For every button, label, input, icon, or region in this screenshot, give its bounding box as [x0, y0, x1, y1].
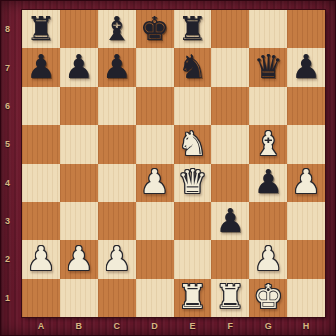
square-h8[interactable] — [287, 10, 325, 48]
square-a1[interactable] — [22, 279, 60, 317]
square-b7[interactable]: ♟ — [60, 48, 98, 86]
square-d8[interactable]: ♚ — [136, 10, 174, 48]
square-g1[interactable]: ♚ — [249, 279, 287, 317]
square-f8[interactable] — [211, 10, 249, 48]
square-g2[interactable]: ♟ — [249, 240, 287, 278]
square-g3[interactable] — [249, 202, 287, 240]
piece-white-king-g1[interactable]: ♚ — [253, 280, 283, 313]
square-d3[interactable] — [136, 202, 174, 240]
piece-black-pawn-h7[interactable]: ♟ — [291, 50, 321, 83]
square-c5[interactable] — [98, 125, 136, 163]
square-d7[interactable] — [136, 48, 174, 86]
square-h5[interactable] — [287, 125, 325, 163]
square-c3[interactable] — [98, 202, 136, 240]
square-g7[interactable]: ♛ — [249, 48, 287, 86]
square-g8[interactable] — [249, 10, 287, 48]
square-b8[interactable] — [60, 10, 98, 48]
square-g4[interactable]: ♟ — [249, 164, 287, 202]
piece-black-pawn-g4[interactable]: ♟ — [253, 165, 283, 198]
piece-white-rook-f1[interactable]: ♜ — [216, 280, 246, 313]
square-e3[interactable] — [174, 202, 212, 240]
square-f3[interactable]: ♟ — [211, 202, 249, 240]
piece-white-pawn-g2[interactable]: ♟ — [253, 242, 283, 275]
square-a7[interactable]: ♟ — [22, 48, 60, 86]
square-c1[interactable] — [98, 279, 136, 317]
square-h7[interactable]: ♟ — [287, 48, 325, 86]
file-label-h: H — [287, 317, 325, 334]
square-b4[interactable] — [60, 164, 98, 202]
file-label-e: E — [174, 317, 212, 334]
rank-label-7: 7 — [0, 48, 15, 86]
piece-black-rook-e8[interactable]: ♜ — [178, 12, 208, 45]
square-e2[interactable] — [174, 240, 212, 278]
piece-white-rook-e1[interactable]: ♜ — [178, 280, 208, 313]
rank-label-4: 4 — [0, 164, 15, 202]
square-e7[interactable]: ♞ — [174, 48, 212, 86]
piece-white-pawn-h4[interactable]: ♟ — [291, 165, 321, 198]
square-h1[interactable] — [287, 279, 325, 317]
rank-label-1: 1 — [0, 279, 15, 317]
piece-black-pawn-c7[interactable]: ♟ — [102, 50, 132, 83]
square-c8[interactable]: ♝ — [98, 10, 136, 48]
file-label-g: G — [249, 317, 287, 334]
square-h3[interactable] — [287, 202, 325, 240]
chess-board: ♜♝♚♜♟♟♟♞♛♟♞♝♟♛♟♟♟♟♟♟♟♜♜♚ — [22, 10, 325, 317]
square-c4[interactable] — [98, 164, 136, 202]
piece-white-pawn-a2[interactable]: ♟ — [26, 242, 56, 275]
piece-white-knight-e5[interactable]: ♞ — [178, 127, 208, 160]
rank-label-8: 8 — [0, 10, 15, 48]
square-b3[interactable] — [60, 202, 98, 240]
piece-white-queen-e4[interactable]: ♛ — [178, 165, 208, 198]
square-b5[interactable] — [60, 125, 98, 163]
square-a8[interactable]: ♜ — [22, 10, 60, 48]
square-e8[interactable]: ♜ — [174, 10, 212, 48]
rank-label-3: 3 — [0, 202, 15, 240]
file-label-d: D — [136, 317, 174, 334]
square-d5[interactable] — [136, 125, 174, 163]
rank-label-6: 6 — [0, 87, 15, 125]
piece-white-pawn-c2[interactable]: ♟ — [102, 242, 132, 275]
square-g5[interactable]: ♝ — [249, 125, 287, 163]
square-h6[interactable] — [287, 87, 325, 125]
square-f4[interactable] — [211, 164, 249, 202]
piece-white-pawn-d4[interactable]: ♟ — [140, 165, 170, 198]
piece-black-knight-e7[interactable]: ♞ — [178, 50, 208, 83]
file-label-b: B — [60, 317, 98, 334]
square-e6[interactable] — [174, 87, 212, 125]
rank-label-5: 5 — [0, 125, 15, 163]
piece-black-king-d8[interactable]: ♚ — [140, 12, 170, 45]
file-label-f: F — [211, 317, 249, 334]
square-a6[interactable] — [22, 87, 60, 125]
square-c7[interactable]: ♟ — [98, 48, 136, 86]
rank-label-2: 2 — [0, 240, 15, 278]
square-e5[interactable]: ♞ — [174, 125, 212, 163]
square-a4[interactable] — [22, 164, 60, 202]
piece-black-queen-g7[interactable]: ♛ — [253, 50, 283, 83]
square-b6[interactable] — [60, 87, 98, 125]
square-f5[interactable] — [211, 125, 249, 163]
square-h2[interactable] — [287, 240, 325, 278]
square-e1[interactable]: ♜ — [174, 279, 212, 317]
file-label-a: A — [22, 317, 60, 334]
square-g6[interactable] — [249, 87, 287, 125]
piece-white-bishop-g5[interactable]: ♝ — [253, 127, 283, 160]
square-f1[interactable]: ♜ — [211, 279, 249, 317]
chess-board-frame: ♜♝♚♜♟♟♟♞♛♟♞♝♟♛♟♟♟♟♟♟♟♜♜♚ 87654321 ABCDEF… — [0, 0, 336, 336]
square-f6[interactable] — [211, 87, 249, 125]
square-f7[interactable] — [211, 48, 249, 86]
piece-black-pawn-f3[interactable]: ♟ — [216, 204, 246, 237]
square-d1[interactable] — [136, 279, 174, 317]
file-label-c: C — [98, 317, 136, 334]
piece-black-pawn-b7[interactable]: ♟ — [64, 50, 94, 83]
square-c6[interactable] — [98, 87, 136, 125]
square-a3[interactable] — [22, 202, 60, 240]
square-f2[interactable] — [211, 240, 249, 278]
square-d4[interactable]: ♟ — [136, 164, 174, 202]
piece-black-rook-a8[interactable]: ♜ — [26, 12, 56, 45]
square-d6[interactable] — [136, 87, 174, 125]
piece-black-bishop-c8[interactable]: ♝ — [102, 12, 132, 45]
square-h4[interactable]: ♟ — [287, 164, 325, 202]
square-a5[interactable] — [22, 125, 60, 163]
piece-black-pawn-a7[interactable]: ♟ — [26, 50, 56, 83]
square-c2[interactable]: ♟ — [98, 240, 136, 278]
square-a2[interactable]: ♟ — [22, 240, 60, 278]
piece-white-pawn-b2[interactable]: ♟ — [64, 242, 94, 275]
square-b2[interactable]: ♟ — [60, 240, 98, 278]
square-b1[interactable] — [60, 279, 98, 317]
square-d2[interactable] — [136, 240, 174, 278]
square-e4[interactable]: ♛ — [174, 164, 212, 202]
